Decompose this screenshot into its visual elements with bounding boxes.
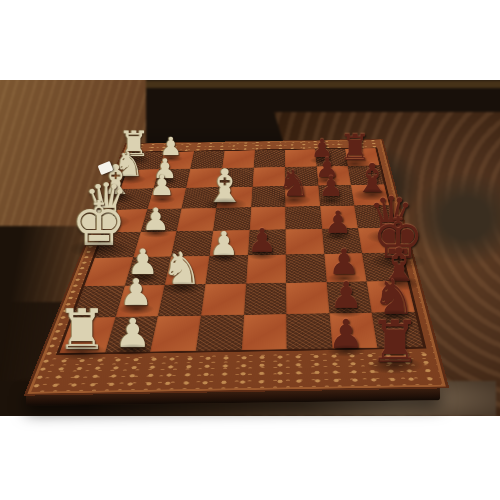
piece-white-pawn-h2: ♟ <box>115 313 151 353</box>
piece-white-pawn-e4: ♟ <box>209 227 239 260</box>
piece-white-pawn-a2: ♟ <box>160 134 182 159</box>
piece-white-rook-a1: ♜ <box>118 127 149 162</box>
piece-red-pawn-f7: ♟ <box>328 245 359 280</box>
piece-white-bishop-c4: ♝ <box>204 163 245 209</box>
piece-red-pawn-a7: ♟ <box>311 136 333 161</box>
piece-red-bishop-c8: ♝ <box>354 158 390 198</box>
piece-white-queen-d1: ♛ <box>84 177 128 226</box>
pieces-layer: ♟♜♟♜♞♟♟♝♝♟♞♟♝♛♟♟♛♚♟♟♚♟♟♝♞♟♟♞♟♟♜♜ <box>0 0 500 500</box>
piece-red-bishop-f8: ♝ <box>378 242 419 288</box>
piece-red-pawn-h7: ♟ <box>328 314 364 354</box>
piece-red-knight-c6: ♞ <box>278 166 310 202</box>
piece-red-pawn-c7: ♟ <box>318 173 343 201</box>
piece-red-rook-a8: ♜ <box>339 130 371 166</box>
piece-white-pawn-c2: ♟ <box>149 172 174 200</box>
piece-white-knight-f3: ♞ <box>162 246 202 291</box>
piece-white-knight-b1: ♞ <box>114 147 144 181</box>
piece-white-king-e1: ♚ <box>71 193 127 255</box>
photo-canvas: ♟♜♟♜♞♟♟♝♝♟♞♟♝♛♟♟♛♚♟♟♚♟♟♝♞♟♟♞♟♟♜♜ <box>0 0 500 500</box>
piece-red-king-e8: ♚ <box>372 209 424 267</box>
piece-red-knight-g8: ♞ <box>372 273 415 321</box>
piece-white-rook-h1: ♜ <box>57 302 107 358</box>
piece-white-pawn-f2: ♟ <box>127 245 158 280</box>
piece-white-pawn-b2: ♟ <box>153 155 177 182</box>
piece-red-pawn-g7: ♟ <box>329 277 362 314</box>
piece-red-pawn-d7: ♟ <box>324 207 352 238</box>
piece-red-pawn-e5: ♟ <box>247 224 277 257</box>
piece-red-pawn-b7: ♟ <box>315 154 339 181</box>
piece-white-pawn-d2: ♟ <box>142 204 170 235</box>
piece-red-queen-d8: ♛ <box>368 190 414 241</box>
piece-white-pawn-g2: ♟ <box>119 274 152 311</box>
piece-red-rook-h8: ♜ <box>369 313 421 371</box>
